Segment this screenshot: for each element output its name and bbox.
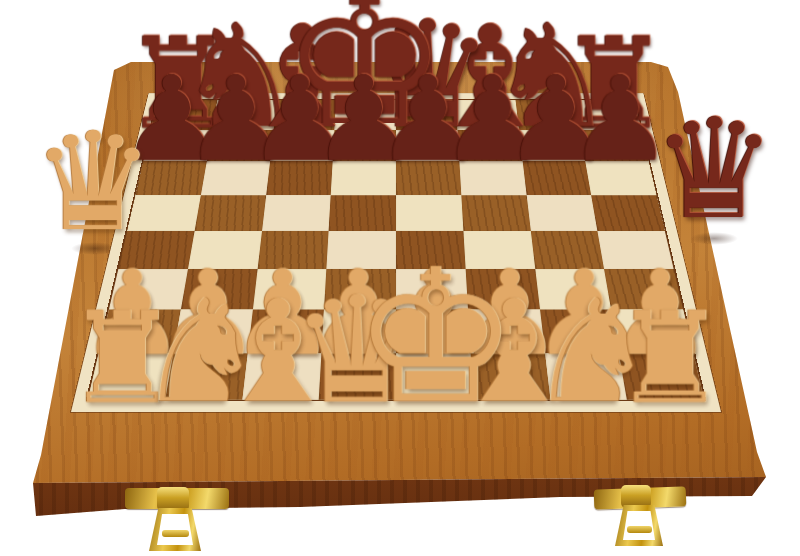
latch-hasp-bar [627, 526, 652, 533]
latch-hasp-bar [162, 530, 189, 537]
square-d5[interactable] [329, 195, 396, 231]
piece-wK-e1[interactable]: ♚ [353, 246, 518, 430]
square-b5[interactable] [194, 195, 265, 231]
square-g1[interactable]: ♞ [545, 353, 627, 400]
latch-hinge [621, 485, 651, 508]
square-c5[interactable] [262, 195, 331, 231]
board-grid: ♜♞♝♚♛♝♞♜♟♟♟♟♟♟♟♟♟♟♟♟♟♟♟♟♜♞♝♛♚♝♞♜ [86, 99, 707, 401]
spare-white-queen[interactable]: ♛ [32, 114, 154, 250]
spare-black-queen[interactable]: ♛ [652, 101, 776, 239]
square-e5[interactable] [396, 195, 463, 231]
latch-hinge [157, 487, 189, 511]
chess-board: ♜♞♝♚♛♝♞♜♟♟♟♟♟♟♟♟♟♟♟♟♟♟♟♟♜♞♝♛♚♝♞♜ [71, 93, 721, 412]
square-g5[interactable] [526, 195, 597, 231]
square-e1[interactable]: ♚ [396, 353, 473, 400]
chess-set-photo: ♜♞♝♚♛♝♞♜♟♟♟♟♟♟♟♟♟♟♟♟♟♟♟♟♜♞♝♛♚♝♞♜ ♛ ♛ [0, 0, 800, 556]
square-f5[interactable] [461, 195, 530, 231]
piece-wN-g1[interactable]: ♞ [528, 281, 655, 423]
square-h7[interactable]: ♟ [580, 130, 649, 162]
